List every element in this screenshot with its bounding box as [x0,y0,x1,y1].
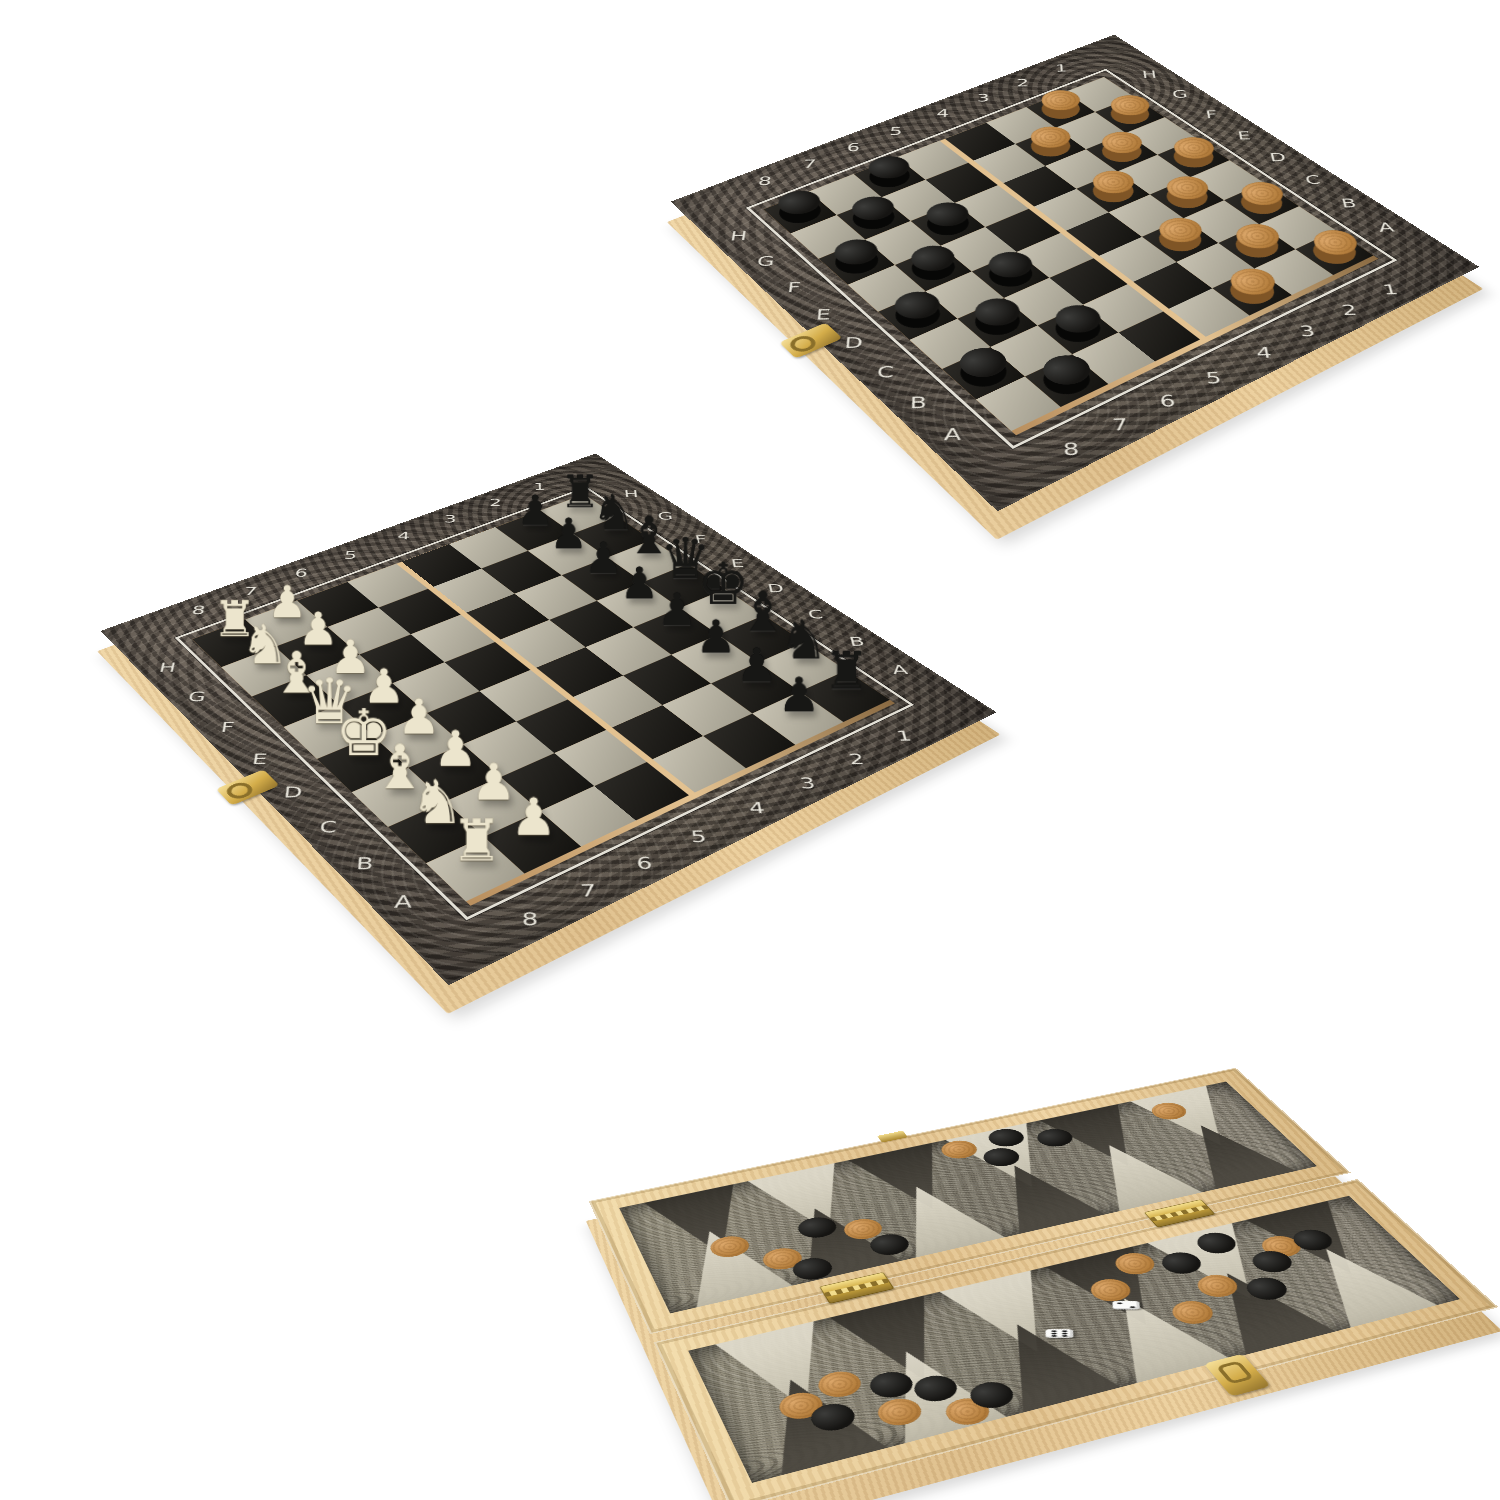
coordinate-bottom-4: 4 [1255,346,1273,361]
coordinate-left-D: D [283,785,303,800]
chess-piece-black-pawn: ♟ [517,490,554,531]
product-photo-3in1-game-set: 8765432187654321HGFEDCBAHGFEDCBA 8765432… [0,0,1500,1500]
coordinate-left-C: C [876,365,894,381]
coordinate-left-A: A [394,893,413,910]
coordinate-bottom-2: 2 [1340,303,1358,317]
tray-interior [619,1082,1317,1314]
coordinate-top-1: 1 [1055,63,1068,73]
coordinate-right-E: E [1237,130,1252,141]
coordinate-right-F: F [1205,109,1218,120]
die-showing-6 [1045,1329,1073,1338]
coordinate-left-G: G [187,690,207,703]
coordinate-bottom-5: 5 [1205,370,1223,386]
field-frame: ♜♟♞♟♝♟♛♟♚♟♝♟♞♟♜♟♟♜♟♞♟♝♟♛♟♚♟♝♟♞♟♜ [175,486,914,920]
square-a6 [819,240,895,285]
coordinate-left-B: B [909,395,927,411]
coordinate-left-B: B [355,856,374,873]
coordinate-left-C: C [319,820,338,836]
backgammon-checker-wood [1109,1250,1160,1278]
coordinate-right-D: D [1269,152,1288,164]
backgammon-point [1045,1246,1191,1336]
backgammon-point [663,1221,792,1307]
coordinate-right-H: H [1141,70,1157,80]
backgammon-point [1131,1086,1260,1154]
coordinate-bottom-5: 5 [690,829,708,845]
coordinate-bottom-7: 7 [580,883,597,900]
chess-piece-black-pawn: ♟ [550,513,588,555]
coordinate-top-7: 7 [802,158,817,170]
coordinate-right-C: C [1304,174,1322,186]
backgammon-point [1162,1117,1296,1189]
coordinate-top-2: 2 [489,498,501,508]
checkers-piece-wood [1166,133,1222,163]
chess-piece-black-rook: ♜ [823,646,869,697]
backgammon-board [589,1068,1499,1500]
chess-piece-black-pawn: ♟ [696,614,737,660]
checkers-piece-wood [1233,178,1291,210]
backgammon-checker-black [1247,1248,1299,1276]
coordinate-bottom-3: 3 [1298,324,1316,339]
backgammon-point [1183,1263,1336,1355]
die-pip [1117,1302,1122,1304]
coordinate-bottom-7: 7 [1111,417,1128,434]
coordinate-top-3: 3 [444,514,457,524]
coordinate-left-H: H [158,661,177,674]
backgammon-point [1069,1137,1202,1212]
checkers-piece-wood [1228,219,1288,253]
coordinate-top-2: 2 [1016,78,1029,88]
backgammon-point [973,1157,1106,1234]
coordinate-bottom-8: 8 [1063,441,1080,458]
chess-piece-black-pawn: ♟ [778,671,821,719]
coordinate-left-A: A [944,426,962,443]
coordinate-left-E: E [815,308,831,322]
backgammon-point [739,1367,887,1475]
chess-piece-white-rook: ♜ [451,813,502,870]
coordinate-bottom-8: 8 [522,911,539,929]
chess-piece-black-pawn: ♟ [584,536,623,579]
backgammon-point [940,1271,1085,1364]
checkers-piece-black [966,293,1029,331]
coordinate-right-B: B [1340,197,1358,209]
coordinate-left-E: E [251,752,268,766]
chess-piece-white-pawn: ♟ [510,791,556,843]
backgammon-checker-black [1240,1274,1293,1303]
coordinate-top-4: 4 [397,531,410,541]
coordinate-top-6: 6 [846,142,860,153]
checkers-piece-wood [1222,264,1284,300]
coordinate-bottom-2: 2 [847,752,865,766]
backgammon-checker-wood [813,1368,866,1401]
die-pip [1062,1335,1067,1337]
coordinate-left-H: H [729,230,748,243]
chess-piece-black-pawn: ♟ [620,561,659,605]
checkers-piece-black [844,192,902,225]
coordinate-top-3: 3 [977,93,990,104]
coordinate-left-F: F [220,721,236,735]
chess-piece-black-knight: ♞ [779,614,827,668]
coordinate-bottom-3: 3 [799,776,817,791]
coordinate-bottom-4: 4 [748,801,766,816]
chess-piece-black-pawn: ♟ [657,587,697,632]
die-showing-2 [1112,1301,1140,1309]
checkers-board-scene: 8765432187654321HGFEDCBAHGFEDCBA [777,0,1354,522]
coordinate-bottom-1: 1 [895,729,913,743]
coordinate-bottom-6: 6 [1159,393,1177,409]
coordinate-bottom-6: 6 [636,855,653,872]
coordinate-top-5: 5 [343,550,357,561]
backgammon-checker-wood [1166,1298,1220,1328]
chess-board-scene: 8765432187654321HGFEDCBAHGFEDCBA♜♟♞♟♝♟♛♟… [215,350,856,991]
coordinate-left-G: G [756,255,775,268]
coordinate-right-G: G [1172,89,1189,100]
coordinate-left-D: D [844,336,864,351]
die-pip [1129,1306,1134,1308]
backgammon-board-scene [645,985,1405,1500]
coordinate-top-4: 4 [936,108,949,119]
coordinate-top-8: 8 [191,605,207,617]
coordinate-right-A: A [1377,221,1396,234]
die-pip [1051,1335,1056,1337]
coordinate-top-8: 8 [757,175,772,187]
chess-piece-black-pawn: ♟ [736,642,778,689]
chess-board: 8765432187654321HGFEDCBAHGFEDCBA♜♟♞♟♝♟♛♟… [100,454,996,985]
coordinate-bottom-1: 1 [1381,283,1399,297]
backgammon-point [1284,1239,1437,1328]
checkers-piece-black [1034,350,1099,391]
coordinate-right-A: A [891,664,910,677]
board-border: 8765432187654321HGFEDCBAHGFEDCBA♜♟♞♟♝♟♛♟… [100,454,996,985]
coordinate-left-F: F [787,281,802,295]
coordinate-top-5: 5 [889,126,903,137]
